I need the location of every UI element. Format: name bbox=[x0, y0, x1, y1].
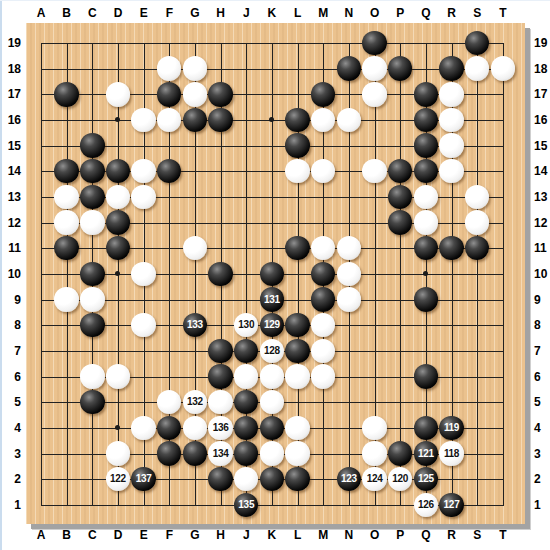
row-label-left-10: 10 bbox=[0, 261, 23, 287]
stone-white-d3 bbox=[106, 441, 130, 465]
stone-white-h4: 136 bbox=[208, 416, 232, 440]
stone-white-e14 bbox=[131, 159, 155, 183]
stone-black-p13 bbox=[388, 185, 412, 209]
stone-black-c10 bbox=[80, 262, 104, 286]
stone-black-e2: 137 bbox=[131, 467, 155, 491]
stone-white-n9 bbox=[337, 287, 361, 311]
col-label-bottom-n: N bbox=[336, 526, 362, 543]
row-label-right-12: 12 bbox=[534, 210, 550, 236]
stone-black-j4 bbox=[234, 416, 258, 440]
stone-white-c6 bbox=[80, 364, 104, 388]
col-label-bottom-f: F bbox=[156, 526, 182, 543]
move-number-134: 134 bbox=[213, 449, 229, 459]
row-label-left-14: 14 bbox=[0, 158, 23, 184]
row-label-left-18: 18 bbox=[0, 56, 23, 82]
stone-black-r1: 127 bbox=[439, 493, 463, 517]
row-label-right-1: 1 bbox=[534, 492, 550, 518]
stone-white-m8 bbox=[311, 313, 335, 337]
stone-black-q6 bbox=[414, 364, 438, 388]
stone-black-q17 bbox=[414, 82, 438, 106]
stone-white-r15 bbox=[439, 133, 463, 157]
row-label-left-9: 9 bbox=[0, 287, 23, 313]
col-label-bottom-q: Q bbox=[413, 526, 439, 543]
stone-black-s11 bbox=[465, 236, 489, 260]
row-label-left-12: 12 bbox=[0, 210, 23, 236]
row-label-left-2: 2 bbox=[0, 466, 23, 492]
col-label-bottom-o: O bbox=[362, 526, 388, 543]
stone-black-q15 bbox=[414, 133, 438, 157]
stone-white-r3: 118 bbox=[439, 441, 463, 465]
col-label-top-o: O bbox=[362, 4, 388, 21]
stone-black-c5 bbox=[80, 390, 104, 414]
move-number-133: 133 bbox=[187, 320, 203, 330]
stone-black-q9 bbox=[414, 287, 438, 311]
stone-white-t18 bbox=[491, 56, 515, 80]
move-number-126: 126 bbox=[418, 500, 434, 510]
row-label-left-5: 5 bbox=[0, 389, 23, 415]
row-label-right-19: 19 bbox=[534, 30, 550, 56]
stone-black-g8: 133 bbox=[183, 313, 207, 337]
stone-black-d12 bbox=[106, 210, 130, 234]
stone-white-k5 bbox=[260, 390, 284, 414]
stone-white-e16 bbox=[131, 108, 155, 132]
move-number-119: 119 bbox=[444, 423, 459, 433]
stone-black-l2 bbox=[285, 467, 309, 491]
stone-white-s12 bbox=[465, 210, 489, 234]
move-number-130: 130 bbox=[238, 320, 254, 330]
stone-white-r16 bbox=[439, 108, 463, 132]
stones-layer: 1311331301291281321361191341211181221371… bbox=[28, 30, 515, 517]
stone-white-f16 bbox=[157, 108, 181, 132]
row-label-right-18: 18 bbox=[534, 56, 550, 82]
stone-black-h6 bbox=[208, 364, 232, 388]
stone-black-r11 bbox=[439, 236, 463, 260]
row-label-left-6: 6 bbox=[0, 364, 23, 390]
col-label-bottom-j: J bbox=[233, 526, 259, 543]
col-label-bottom-b: B bbox=[54, 526, 80, 543]
row-label-left-15: 15 bbox=[0, 133, 23, 159]
col-label-top-f: F bbox=[156, 4, 182, 21]
col-label-top-c: C bbox=[80, 4, 106, 21]
column-labels-top: ABCDEFGHJKLMNOPQRST bbox=[28, 4, 516, 21]
stone-black-f14 bbox=[157, 159, 181, 183]
stone-white-d17 bbox=[106, 82, 130, 106]
col-label-top-k: K bbox=[259, 4, 285, 21]
column-labels-bottom: ABCDEFGHJKLMNOPQRST bbox=[28, 526, 516, 543]
stone-white-o2: 124 bbox=[362, 467, 386, 491]
stone-white-e4 bbox=[131, 416, 155, 440]
col-label-bottom-r: R bbox=[439, 526, 465, 543]
row-label-left-17: 17 bbox=[0, 82, 23, 108]
row-label-right-5: 5 bbox=[534, 389, 550, 415]
move-number-135: 135 bbox=[238, 500, 254, 510]
col-label-top-h: H bbox=[208, 4, 234, 21]
stone-black-m9 bbox=[311, 287, 335, 311]
stone-white-q12 bbox=[414, 210, 438, 234]
move-number-120: 120 bbox=[392, 474, 408, 484]
move-number-131: 131 bbox=[264, 295, 280, 305]
col-label-top-m: M bbox=[310, 4, 336, 21]
row-label-left-1: 1 bbox=[0, 492, 23, 518]
stone-black-c15 bbox=[80, 133, 104, 157]
row-label-right-9: 9 bbox=[534, 287, 550, 313]
stone-black-p14 bbox=[388, 159, 412, 183]
row-label-left-13: 13 bbox=[0, 184, 23, 210]
stone-white-n11 bbox=[337, 236, 361, 260]
window-edge-top bbox=[0, 0, 550, 1]
stone-white-j2 bbox=[234, 467, 258, 491]
stone-white-b9 bbox=[54, 287, 78, 311]
stone-black-d14 bbox=[106, 159, 130, 183]
col-label-top-l: L bbox=[285, 4, 311, 21]
row-label-right-6: 6 bbox=[534, 364, 550, 390]
stone-black-h7 bbox=[208, 339, 232, 363]
stone-black-p18 bbox=[388, 56, 412, 80]
col-label-top-b: B bbox=[54, 4, 80, 21]
stone-white-b12 bbox=[54, 210, 78, 234]
row-label-left-8: 8 bbox=[0, 312, 23, 338]
row-label-right-3: 3 bbox=[534, 441, 550, 467]
stone-black-d11 bbox=[106, 236, 130, 260]
stone-black-c14 bbox=[80, 159, 104, 183]
stone-white-m6 bbox=[311, 364, 335, 388]
stone-white-l4 bbox=[285, 416, 309, 440]
row-label-right-14: 14 bbox=[534, 158, 550, 184]
stone-white-o4 bbox=[362, 416, 386, 440]
row-label-right-10: 10 bbox=[534, 261, 550, 287]
row-label-left-16: 16 bbox=[0, 107, 23, 133]
row-label-left-19: 19 bbox=[0, 30, 23, 56]
stone-black-r4: 119 bbox=[439, 416, 463, 440]
stone-black-c8 bbox=[80, 313, 104, 337]
stone-white-g11 bbox=[183, 236, 207, 260]
stone-black-q14 bbox=[414, 159, 438, 183]
col-label-bottom-d: D bbox=[105, 526, 131, 543]
stone-white-e13 bbox=[131, 185, 155, 209]
stone-white-n16 bbox=[337, 108, 361, 132]
stone-white-l3 bbox=[285, 441, 309, 465]
stone-black-s19 bbox=[465, 31, 489, 55]
stone-white-r14 bbox=[439, 159, 463, 183]
stone-black-l11 bbox=[285, 236, 309, 260]
stone-white-c12 bbox=[80, 210, 104, 234]
stone-white-d13 bbox=[106, 185, 130, 209]
stone-white-f18 bbox=[157, 56, 181, 80]
stone-black-g3 bbox=[183, 441, 207, 465]
stone-white-h5 bbox=[208, 390, 232, 414]
row-label-left-4: 4 bbox=[0, 415, 23, 441]
move-number-127: 127 bbox=[444, 500, 460, 510]
col-label-bottom-g: G bbox=[182, 526, 208, 543]
stone-black-g16 bbox=[183, 108, 207, 132]
stone-black-k9: 131 bbox=[260, 287, 284, 311]
stone-white-l6 bbox=[285, 364, 309, 388]
stone-black-n18 bbox=[337, 56, 361, 80]
stone-white-k7: 128 bbox=[260, 339, 284, 363]
stone-black-q3: 121 bbox=[414, 441, 438, 465]
stone-white-c9 bbox=[80, 287, 104, 311]
stone-black-l16 bbox=[285, 108, 309, 132]
stone-black-p12 bbox=[388, 210, 412, 234]
stone-black-k2 bbox=[260, 467, 284, 491]
stone-white-e10 bbox=[131, 262, 155, 286]
stone-white-r17 bbox=[439, 82, 463, 106]
move-number-128: 128 bbox=[264, 346, 280, 356]
row-labels-right: 19181716151413121110987654321 bbox=[534, 30, 550, 518]
stone-black-n2: 123 bbox=[337, 467, 361, 491]
stone-black-f17 bbox=[157, 82, 181, 106]
move-number-124: 124 bbox=[367, 474, 383, 484]
col-label-top-e: E bbox=[131, 4, 157, 21]
stone-white-h3: 134 bbox=[208, 441, 232, 465]
stone-white-m16 bbox=[311, 108, 335, 132]
row-label-left-3: 3 bbox=[0, 441, 23, 467]
stone-black-q4 bbox=[414, 416, 438, 440]
col-label-top-g: G bbox=[182, 4, 208, 21]
col-label-top-d: D bbox=[105, 4, 131, 21]
star-point-d4 bbox=[115, 425, 120, 430]
stone-black-l8 bbox=[285, 313, 309, 337]
col-label-bottom-h: H bbox=[208, 526, 234, 543]
row-label-right-2: 2 bbox=[534, 466, 550, 492]
stone-black-q16 bbox=[414, 108, 438, 132]
stone-white-m11 bbox=[311, 236, 335, 260]
stone-black-h16 bbox=[208, 108, 232, 132]
col-label-bottom-t: T bbox=[490, 526, 516, 543]
move-number-118: 118 bbox=[444, 449, 459, 459]
col-label-top-s: S bbox=[464, 4, 490, 21]
star-point-q10 bbox=[423, 271, 428, 276]
col-label-top-n: N bbox=[336, 4, 362, 21]
col-label-bottom-m: M bbox=[310, 526, 336, 543]
stone-white-n10 bbox=[337, 262, 361, 286]
row-label-right-11: 11 bbox=[534, 235, 550, 261]
stone-black-j5 bbox=[234, 390, 258, 414]
stone-white-l14 bbox=[285, 159, 309, 183]
col-label-top-r: R bbox=[439, 4, 465, 21]
col-label-top-q: Q bbox=[413, 4, 439, 21]
row-label-right-15: 15 bbox=[534, 133, 550, 159]
stone-black-q11 bbox=[414, 236, 438, 260]
stone-white-d2: 122 bbox=[106, 467, 130, 491]
stone-white-s13 bbox=[465, 185, 489, 209]
stone-black-l7 bbox=[285, 339, 309, 363]
stone-black-j7 bbox=[234, 339, 258, 363]
move-number-132: 132 bbox=[187, 397, 203, 407]
row-label-left-11: 11 bbox=[0, 235, 23, 261]
stone-black-f4 bbox=[157, 416, 181, 440]
stone-white-o3 bbox=[362, 441, 386, 465]
row-labels-left: 19181716151413121110987654321 bbox=[0, 30, 23, 518]
stone-black-p3 bbox=[388, 441, 412, 465]
stone-black-q2: 125 bbox=[414, 467, 438, 491]
col-label-bottom-p: P bbox=[387, 526, 413, 543]
stone-white-m14 bbox=[311, 159, 335, 183]
stone-white-e8 bbox=[131, 313, 155, 337]
stone-black-m17 bbox=[311, 82, 335, 106]
stone-black-b14 bbox=[54, 159, 78, 183]
stone-black-b11 bbox=[54, 236, 78, 260]
stone-white-o18 bbox=[362, 56, 386, 80]
stone-black-j1: 135 bbox=[234, 493, 258, 517]
stone-white-q13 bbox=[414, 185, 438, 209]
row-label-right-7: 7 bbox=[534, 338, 550, 364]
move-number-123: 123 bbox=[341, 474, 357, 484]
stone-black-k10 bbox=[260, 262, 284, 286]
stone-white-j6 bbox=[234, 364, 258, 388]
stone-black-c13 bbox=[80, 185, 104, 209]
col-label-top-a: A bbox=[28, 4, 54, 21]
stone-white-o17 bbox=[362, 82, 386, 106]
stone-white-k6 bbox=[260, 364, 284, 388]
stone-white-j8: 130 bbox=[234, 313, 258, 337]
stone-black-o19 bbox=[362, 31, 386, 55]
row-label-left-7: 7 bbox=[0, 338, 23, 364]
stone-white-m7 bbox=[311, 339, 335, 363]
row-label-right-16: 16 bbox=[534, 107, 550, 133]
stone-white-q1: 126 bbox=[414, 493, 438, 517]
stone-black-k4 bbox=[260, 416, 284, 440]
stone-black-f3 bbox=[157, 441, 181, 465]
stone-black-j3 bbox=[234, 441, 258, 465]
col-label-bottom-l: L bbox=[285, 526, 311, 543]
stone-white-g18 bbox=[183, 56, 207, 80]
star-point-k16 bbox=[269, 117, 274, 122]
stone-black-m10 bbox=[311, 262, 335, 286]
stone-black-h10 bbox=[208, 262, 232, 286]
col-label-bottom-c: C bbox=[80, 526, 106, 543]
stone-white-o14 bbox=[362, 159, 386, 183]
stone-black-l15 bbox=[285, 133, 309, 157]
row-label-right-4: 4 bbox=[534, 415, 550, 441]
col-label-bottom-k: K bbox=[259, 526, 285, 543]
stone-white-d6 bbox=[106, 364, 130, 388]
stone-black-h17 bbox=[208, 82, 232, 106]
stone-white-s18 bbox=[465, 56, 489, 80]
stone-black-b17 bbox=[54, 82, 78, 106]
col-label-top-t: T bbox=[490, 4, 516, 21]
col-label-bottom-e: E bbox=[131, 526, 157, 543]
stone-white-k3 bbox=[260, 441, 284, 465]
move-number-136: 136 bbox=[213, 423, 229, 433]
row-label-right-8: 8 bbox=[534, 312, 550, 338]
col-label-top-j: J bbox=[233, 4, 259, 21]
move-number-137: 137 bbox=[136, 474, 152, 484]
stone-white-b13 bbox=[54, 185, 78, 209]
stone-white-p2: 120 bbox=[388, 467, 412, 491]
col-label-bottom-s: S bbox=[464, 526, 490, 543]
star-point-d10 bbox=[115, 271, 120, 276]
stone-black-r18 bbox=[439, 56, 463, 80]
move-number-129: 129 bbox=[264, 320, 280, 330]
stone-black-h2 bbox=[208, 467, 232, 491]
row-label-right-17: 17 bbox=[534, 82, 550, 108]
col-label-bottom-a: A bbox=[28, 526, 54, 543]
move-number-125: 125 bbox=[418, 474, 434, 484]
stone-white-g4 bbox=[183, 416, 207, 440]
row-label-right-13: 13 bbox=[534, 184, 550, 210]
move-number-121: 121 bbox=[418, 449, 434, 459]
col-label-top-p: P bbox=[387, 4, 413, 21]
stone-black-k8: 129 bbox=[260, 313, 284, 337]
move-number-122: 122 bbox=[110, 474, 126, 484]
star-point-d16 bbox=[115, 117, 120, 122]
stone-white-g5: 132 bbox=[183, 390, 207, 414]
goban[interactable]: 1311331301291281321361191341211181221371… bbox=[26, 23, 525, 524]
stone-white-f5 bbox=[157, 390, 181, 414]
stone-white-g17 bbox=[183, 82, 207, 106]
